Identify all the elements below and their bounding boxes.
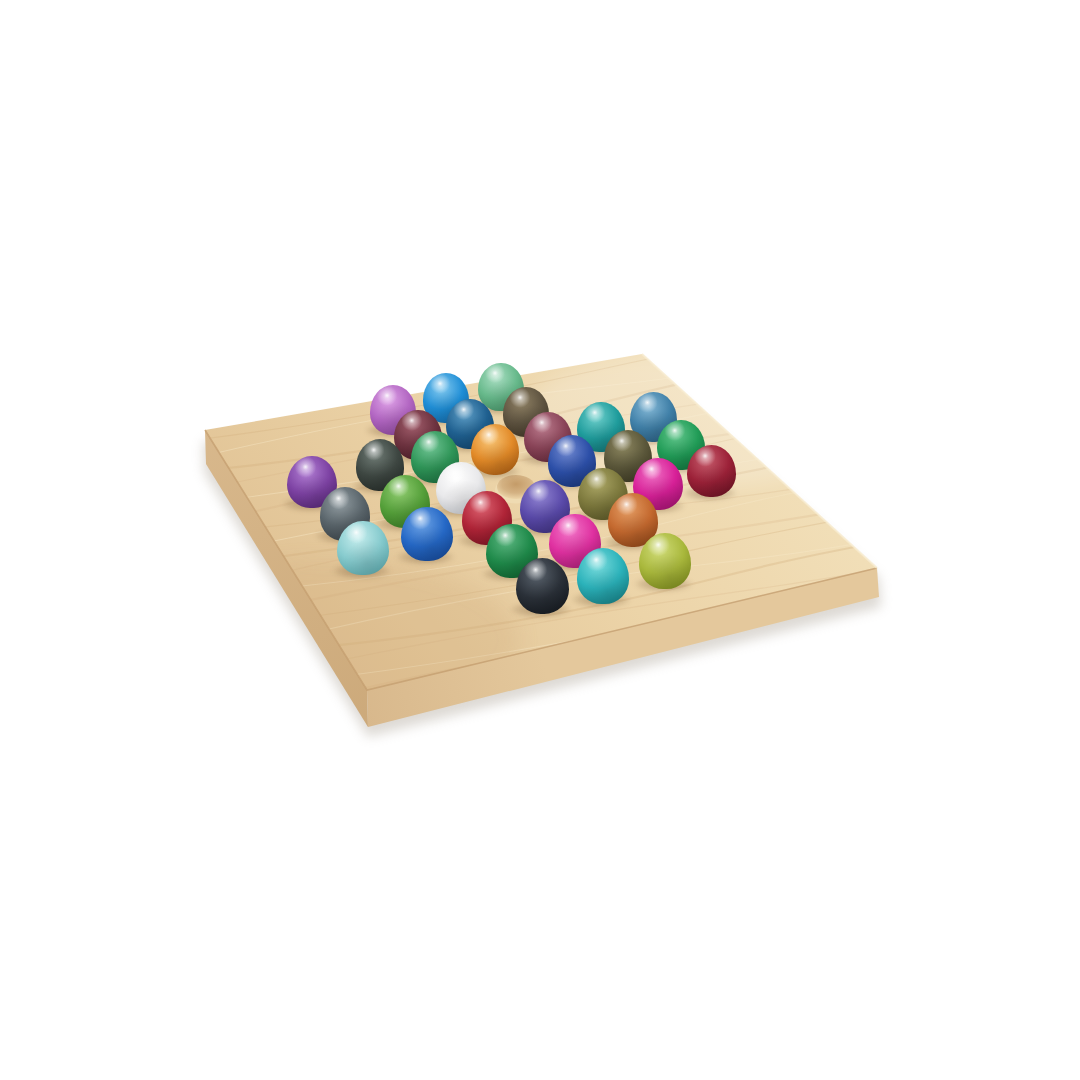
marble-r5c2-cobalt-blue[interactable] (401, 507, 452, 561)
marble-r7c5-chartreuse[interactable] (639, 533, 691, 588)
marble-ball (516, 558, 569, 614)
marble-ball (401, 507, 452, 561)
marble-r5c1-pale-aqua[interactable] (337, 521, 389, 576)
product-photo (0, 0, 1080, 1080)
marble-ball (337, 521, 389, 576)
marble-r7c3-black-navy[interactable] (516, 558, 569, 614)
marble-r7c4-turquoise[interactable] (577, 548, 630, 604)
marble-ball (577, 548, 630, 604)
marble-r5c7-dark-crimson[interactable] (687, 445, 736, 497)
marble-ball (639, 533, 691, 588)
solitaire-board (0, 0, 1080, 1080)
marble-ball (687, 445, 736, 497)
